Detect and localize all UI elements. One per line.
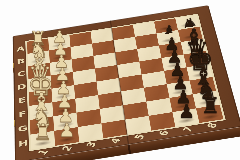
photo-scene: A1B2C3D4E5F6G7H8♜♟♟♜♞♟♟♞♝♟♟♝♛♟♟♛♚♟♟♚♝♟♟♝… xyxy=(0,0,240,160)
file-label-a: A xyxy=(16,45,25,52)
white-rook-icon: ♜ xyxy=(33,121,53,143)
piece-white-rook-h1[interactable]: ♜ xyxy=(31,91,55,144)
piece-white-pawn-h2[interactable]: ♟ xyxy=(55,87,79,140)
fold-seam-notch xyxy=(127,144,131,154)
black-pawn-icon: ♟ xyxy=(178,102,195,121)
board-plane: A1B2C3D4E5F6G7H8♜♟♟♜♞♟♟♞♝♟♟♝♛♟♟♛♚♟♟♚♝♟♟♝… xyxy=(13,5,240,160)
white-pawn-icon: ♟ xyxy=(58,121,75,140)
piece-black-rook-h8[interactable]: ♜ xyxy=(198,65,222,118)
piece-black-pawn-h7[interactable]: ♟ xyxy=(174,68,198,121)
black-rook-icon: ♜ xyxy=(201,95,221,117)
